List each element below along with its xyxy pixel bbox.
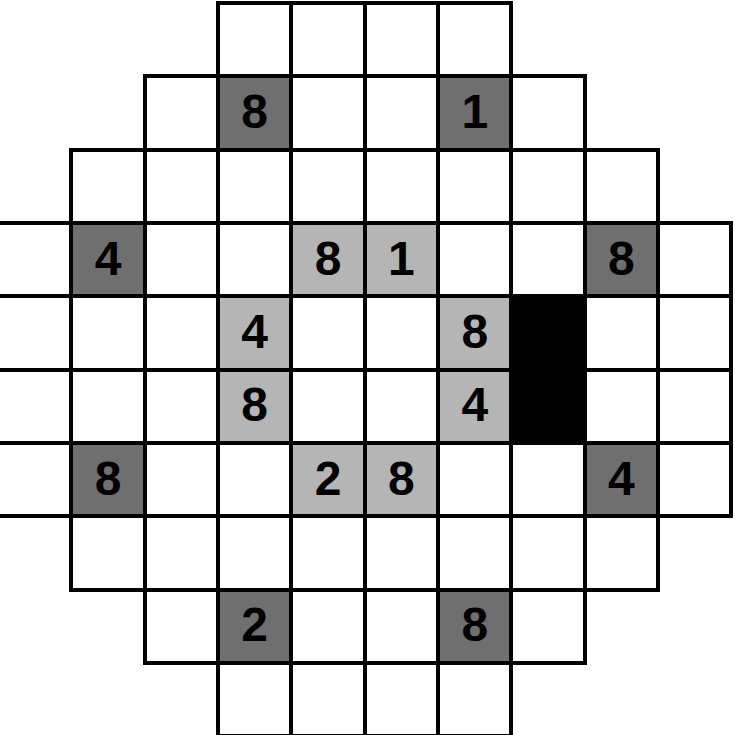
cell-r4c8[interactable] bbox=[585, 296, 658, 369]
cell-r3c5[interactable]: 1 bbox=[365, 223, 438, 296]
clue-text: 8 bbox=[241, 381, 268, 429]
clue-text: 8 bbox=[388, 455, 415, 503]
cell-r3c6[interactable] bbox=[438, 223, 511, 296]
clue-text: 1 bbox=[388, 235, 415, 283]
cell-r8c3[interactable]: 2 bbox=[218, 590, 291, 663]
cell-r7c8[interactable] bbox=[585, 516, 658, 589]
cell-r7c3[interactable] bbox=[218, 516, 291, 589]
cell-r8c6[interactable]: 8 bbox=[438, 590, 511, 663]
clue-text: 8 bbox=[608, 235, 635, 283]
clue-text: 4 bbox=[461, 381, 488, 429]
cell-r1c6[interactable]: 1 bbox=[438, 76, 511, 149]
cell-r6c6[interactable] bbox=[438, 443, 511, 516]
cell-r4c1[interactable] bbox=[71, 296, 144, 369]
cell-r7c2[interactable] bbox=[145, 516, 218, 589]
cell-r6c9[interactable] bbox=[658, 443, 731, 516]
cell-r6c5[interactable]: 8 bbox=[365, 443, 438, 516]
cell-r7c7[interactable] bbox=[511, 516, 584, 589]
cell-r7c4[interactable] bbox=[291, 516, 364, 589]
cell-r4c6[interactable]: 8 bbox=[438, 296, 511, 369]
cell-r9c5[interactable] bbox=[365, 663, 438, 735]
cell-r2c2[interactable] bbox=[145, 150, 218, 223]
cell-r2c6[interactable] bbox=[438, 150, 511, 223]
cell-r5c1[interactable] bbox=[71, 370, 144, 443]
cell-r1c7[interactable] bbox=[511, 76, 584, 149]
clue-text: 2 bbox=[315, 455, 342, 503]
cell-r1c4[interactable] bbox=[291, 76, 364, 149]
cell-r2c3[interactable] bbox=[218, 150, 291, 223]
clue-text: 8 bbox=[315, 235, 342, 283]
cell-r5c9[interactable] bbox=[658, 370, 731, 443]
cell-r1c5[interactable] bbox=[365, 76, 438, 149]
cell-r4c0[interactable] bbox=[0, 296, 71, 369]
cell-r0c5[interactable] bbox=[365, 3, 438, 76]
cell-r3c8[interactable]: 8 bbox=[585, 223, 658, 296]
cell-r4c5[interactable] bbox=[365, 296, 438, 369]
cell-r4c4[interactable] bbox=[291, 296, 364, 369]
cell-r6c0[interactable] bbox=[0, 443, 71, 516]
cell-r9c3[interactable] bbox=[218, 663, 291, 735]
cell-r2c8[interactable] bbox=[585, 150, 658, 223]
clue-text: 4 bbox=[241, 308, 268, 356]
cell-r6c4[interactable]: 2 bbox=[291, 443, 364, 516]
cell-r5c4[interactable] bbox=[291, 370, 364, 443]
cell-r4c3[interactable]: 4 bbox=[218, 296, 291, 369]
cell-r3c4[interactable]: 8 bbox=[291, 223, 364, 296]
cell-r1c3[interactable]: 8 bbox=[218, 76, 291, 149]
cell-r3c3[interactable] bbox=[218, 223, 291, 296]
cell-r9c6[interactable] bbox=[438, 663, 511, 735]
cell-r0c6[interactable] bbox=[438, 3, 511, 76]
cell-r2c4[interactable] bbox=[291, 150, 364, 223]
cell-r6c2[interactable] bbox=[145, 443, 218, 516]
cell-r8c7[interactable] bbox=[511, 590, 584, 663]
black-cell-r5c7[interactable] bbox=[511, 370, 584, 443]
cell-r7c1[interactable] bbox=[71, 516, 144, 589]
clue-text: 8 bbox=[241, 88, 268, 136]
cell-r5c2[interactable] bbox=[145, 370, 218, 443]
puzzle-stage: 8148184884828428 bbox=[0, 0, 735, 735]
cell-r5c8[interactable] bbox=[585, 370, 658, 443]
cell-r3c9[interactable] bbox=[658, 223, 731, 296]
cell-r9c4[interactable] bbox=[291, 663, 364, 735]
clue-text: 8 bbox=[461, 601, 488, 649]
cell-r8c4[interactable] bbox=[291, 590, 364, 663]
cell-r0c4[interactable] bbox=[291, 3, 364, 76]
cell-r2c1[interactable] bbox=[71, 150, 144, 223]
cell-r7c6[interactable] bbox=[438, 516, 511, 589]
clue-text: 1 bbox=[461, 88, 488, 136]
cell-r6c7[interactable] bbox=[511, 443, 584, 516]
cell-r2c7[interactable] bbox=[511, 150, 584, 223]
clue-text: 8 bbox=[95, 455, 122, 503]
cell-r5c0[interactable] bbox=[0, 370, 71, 443]
clue-text: 8 bbox=[461, 308, 488, 356]
clue-text: 4 bbox=[608, 455, 635, 503]
cell-r3c7[interactable] bbox=[511, 223, 584, 296]
cell-r2c5[interactable] bbox=[365, 150, 438, 223]
cell-r4c2[interactable] bbox=[145, 296, 218, 369]
cell-r5c3[interactable]: 8 bbox=[218, 370, 291, 443]
cell-r1c2[interactable] bbox=[145, 76, 218, 149]
cell-r8c2[interactable] bbox=[145, 590, 218, 663]
cell-r6c3[interactable] bbox=[218, 443, 291, 516]
cell-r4c9[interactable] bbox=[658, 296, 731, 369]
cell-r3c1[interactable]: 4 bbox=[71, 223, 144, 296]
black-cell-r4c7[interactable] bbox=[511, 296, 584, 369]
cell-r5c6[interactable]: 4 bbox=[438, 370, 511, 443]
cell-r6c8[interactable]: 4 bbox=[585, 443, 658, 516]
cell-r6c1[interactable]: 8 bbox=[71, 443, 144, 516]
cell-r0c3[interactable] bbox=[218, 3, 291, 76]
clue-text: 4 bbox=[95, 235, 122, 283]
cell-r5c5[interactable] bbox=[365, 370, 438, 443]
puzzle-board: 8148184884828428 bbox=[0, 3, 731, 735]
cell-r3c2[interactable] bbox=[145, 223, 218, 296]
clue-text: 2 bbox=[241, 601, 268, 649]
cell-r8c5[interactable] bbox=[365, 590, 438, 663]
cell-r3c0[interactable] bbox=[0, 223, 71, 296]
cell-r7c5[interactable] bbox=[365, 516, 438, 589]
